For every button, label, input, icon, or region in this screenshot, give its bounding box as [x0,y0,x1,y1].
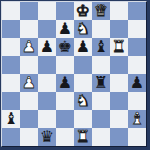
square-a8[interactable] [2,2,20,20]
square-d1[interactable] [56,128,74,146]
square-c7[interactable] [38,20,56,38]
square-g3[interactable] [110,92,128,110]
square-f8[interactable]: ♛ [92,2,110,20]
square-h7[interactable] [128,20,146,38]
square-h6[interactable] [128,38,146,56]
square-h2[interactable]: ♝ [128,110,146,128]
square-b2[interactable] [20,110,38,128]
square-h1[interactable] [128,128,146,146]
square-e3[interactable]: ♞ [74,92,92,110]
square-d8[interactable] [56,2,74,20]
square-a2[interactable]: ♝ [2,110,20,128]
square-e2[interactable] [74,110,92,128]
square-f3[interactable] [92,92,110,110]
piece-black-king: ♚ [58,38,72,56]
square-a7[interactable] [2,20,20,38]
piece-black-pawn: ♟ [76,38,90,56]
square-d2[interactable] [56,110,74,128]
square-c5[interactable] [38,56,56,74]
piece-white-pawn: ♟ [22,74,36,92]
square-e6[interactable]: ♟ [74,38,92,56]
square-d5[interactable] [56,56,74,74]
square-c8[interactable] [38,2,56,20]
piece-black-pawn: ♟ [40,38,54,56]
piece-black-queen: ♛ [40,128,54,146]
square-f1[interactable] [92,128,110,146]
square-b7[interactable] [20,20,38,38]
square-e7[interactable]: ♞ [74,20,92,38]
piece-white-pawn: ♟ [22,38,36,56]
board-frame: ♚♛♟♞♟♟♚♟♝♜♟♟♜♟♞♝♝♛♜ [0,0,150,150]
square-b3[interactable] [20,92,38,110]
piece-white-queen: ♛ [94,2,108,20]
square-f7[interactable] [92,20,110,38]
piece-black-rook: ♜ [94,74,108,92]
piece-black-bishop: ♝ [4,110,18,128]
square-f4[interactable]: ♜ [92,74,110,92]
square-c6[interactable]: ♟ [38,38,56,56]
square-d3[interactable] [56,92,74,110]
square-a4[interactable] [2,74,20,92]
square-d6[interactable]: ♚ [56,38,74,56]
square-g7[interactable] [110,20,128,38]
piece-white-bishop: ♝ [130,110,144,128]
chess-board: ♚♛♟♞♟♟♚♟♝♜♟♟♜♟♞♝♝♛♜ [1,1,147,147]
square-a1[interactable] [2,128,20,146]
square-b6[interactable]: ♟ [20,38,38,56]
square-c3[interactable] [38,92,56,110]
square-g5[interactable] [110,56,128,74]
square-e4[interactable] [74,74,92,92]
piece-white-knight: ♞ [76,92,90,110]
piece-white-knight: ♞ [76,20,90,38]
square-g2[interactable] [110,110,128,128]
square-g1[interactable] [110,128,128,146]
square-d7[interactable]: ♟ [56,20,74,38]
square-d4[interactable]: ♟ [56,74,74,92]
square-b5[interactable] [20,56,38,74]
square-g8[interactable] [110,2,128,20]
square-c4[interactable] [38,74,56,92]
square-b4[interactable]: ♟ [20,74,38,92]
piece-white-rook: ♜ [112,38,126,56]
square-e1[interactable]: ♜ [74,128,92,146]
piece-white-king: ♚ [76,2,90,20]
square-h4[interactable]: ♟ [128,74,146,92]
square-f6[interactable]: ♝ [92,38,110,56]
square-f5[interactable] [92,56,110,74]
piece-white-rook: ♜ [76,128,90,146]
square-h3[interactable] [128,92,146,110]
square-g6[interactable]: ♜ [110,38,128,56]
square-e5[interactable] [74,56,92,74]
square-c2[interactable] [38,110,56,128]
square-c1[interactable]: ♛ [38,128,56,146]
square-g4[interactable] [110,74,128,92]
square-b1[interactable] [20,128,38,146]
piece-black-pawn: ♟ [58,74,72,92]
square-h8[interactable] [128,2,146,20]
piece-black-pawn: ♟ [130,74,144,92]
piece-black-pawn: ♟ [58,20,72,38]
square-h5[interactable] [128,56,146,74]
square-a6[interactable] [2,38,20,56]
square-e8[interactable]: ♚ [74,2,92,20]
square-b8[interactable] [20,2,38,20]
piece-black-bishop: ♝ [94,38,108,56]
square-f2[interactable] [92,110,110,128]
square-a3[interactable] [2,92,20,110]
square-a5[interactable] [2,56,20,74]
